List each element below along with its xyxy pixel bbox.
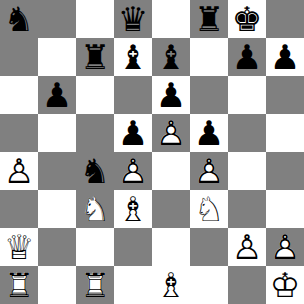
square-c4[interactable]: ♞ — [76, 152, 114, 190]
square-g1[interactable] — [228, 266, 266, 304]
square-d1[interactable] — [114, 266, 152, 304]
square-g4[interactable] — [228, 152, 266, 190]
square-f5[interactable]: ♟ — [190, 114, 228, 152]
white-pawn-piece: ♟♙ — [114, 152, 152, 190]
square-d6[interactable] — [114, 76, 152, 114]
square-f6[interactable] — [190, 76, 228, 114]
square-a3[interactable] — [0, 190, 38, 228]
square-e7[interactable]: ♝ — [152, 38, 190, 76]
white-knight-piece: ♞♘ — [76, 190, 114, 228]
black-pawn-piece: ♟ — [190, 114, 228, 152]
square-h8[interactable] — [266, 0, 304, 38]
white-knight-piece: ♞♘ — [190, 190, 228, 228]
chess-board: ♞♛♜♚♜♝♝♟♟♟♟♟♟♙♟♟♙♞♟♙♟♙♞♘♝♗♞♘♛♕♟♙♟♙♜♖♜♖♝♗… — [0, 0, 304, 304]
square-b3[interactable] — [38, 190, 76, 228]
square-g7[interactable]: ♟ — [228, 38, 266, 76]
square-d2[interactable] — [114, 228, 152, 266]
square-a6[interactable] — [0, 76, 38, 114]
square-c5[interactable] — [76, 114, 114, 152]
square-h7[interactable]: ♟ — [266, 38, 304, 76]
square-f7[interactable] — [190, 38, 228, 76]
square-b2[interactable] — [38, 228, 76, 266]
black-pawn-piece: ♟ — [38, 76, 76, 114]
square-d3[interactable]: ♝♗ — [114, 190, 152, 228]
black-queen-piece: ♛ — [114, 0, 152, 38]
square-f4[interactable]: ♟♙ — [190, 152, 228, 190]
white-rook-piece: ♜♖ — [0, 266, 38, 304]
black-king-piece: ♚ — [228, 0, 266, 38]
square-g6[interactable] — [228, 76, 266, 114]
square-h2[interactable]: ♟♙ — [266, 228, 304, 266]
white-pawn-piece: ♟♙ — [266, 228, 304, 266]
square-c7[interactable]: ♜ — [76, 38, 114, 76]
black-pawn-piece: ♟ — [114, 114, 152, 152]
square-a7[interactable] — [0, 38, 38, 76]
square-a5[interactable] — [0, 114, 38, 152]
square-c3[interactable]: ♞♘ — [76, 190, 114, 228]
square-c6[interactable] — [76, 76, 114, 114]
square-h4[interactable] — [266, 152, 304, 190]
square-h6[interactable] — [266, 76, 304, 114]
square-g5[interactable] — [228, 114, 266, 152]
square-h5[interactable] — [266, 114, 304, 152]
black-knight-piece: ♞ — [0, 0, 38, 38]
square-e8[interactable] — [152, 0, 190, 38]
square-c2[interactable] — [76, 228, 114, 266]
square-a8[interactable]: ♞ — [0, 0, 38, 38]
square-f1[interactable] — [190, 266, 228, 304]
black-bishop-piece: ♝ — [114, 38, 152, 76]
square-a4[interactable]: ♟♙ — [0, 152, 38, 190]
black-knight-piece: ♞ — [76, 152, 114, 190]
square-g3[interactable] — [228, 190, 266, 228]
white-pawn-piece: ♟♙ — [0, 152, 38, 190]
square-h1[interactable]: ♚♔ — [266, 266, 304, 304]
square-e5[interactable]: ♟♙ — [152, 114, 190, 152]
square-e1[interactable]: ♝♗ — [152, 266, 190, 304]
black-rook-piece: ♜ — [76, 38, 114, 76]
square-c1[interactable]: ♜♖ — [76, 266, 114, 304]
square-g8[interactable]: ♚ — [228, 0, 266, 38]
square-d5[interactable]: ♟ — [114, 114, 152, 152]
white-pawn-piece: ♟♙ — [190, 152, 228, 190]
square-f3[interactable]: ♞♘ — [190, 190, 228, 228]
white-queen-piece: ♛♕ — [0, 228, 38, 266]
black-pawn-piece: ♟ — [228, 38, 266, 76]
black-pawn-piece: ♟ — [152, 76, 190, 114]
square-h3[interactable] — [266, 190, 304, 228]
square-f2[interactable] — [190, 228, 228, 266]
square-b8[interactable] — [38, 0, 76, 38]
square-d7[interactable]: ♝ — [114, 38, 152, 76]
square-b1[interactable] — [38, 266, 76, 304]
black-rook-piece: ♜ — [190, 0, 228, 38]
square-e3[interactable] — [152, 190, 190, 228]
square-a2[interactable]: ♛♕ — [0, 228, 38, 266]
white-pawn-piece: ♟♙ — [152, 114, 190, 152]
white-pawn-piece: ♟♙ — [228, 228, 266, 266]
square-c8[interactable] — [76, 0, 114, 38]
white-king-piece: ♚♔ — [266, 266, 304, 304]
white-rook-piece: ♜♖ — [76, 266, 114, 304]
square-e4[interactable] — [152, 152, 190, 190]
square-b5[interactable] — [38, 114, 76, 152]
square-d8[interactable]: ♛ — [114, 0, 152, 38]
square-e2[interactable] — [152, 228, 190, 266]
square-d4[interactable]: ♟♙ — [114, 152, 152, 190]
square-a1[interactable]: ♜♖ — [0, 266, 38, 304]
square-b4[interactable] — [38, 152, 76, 190]
white-bishop-piece: ♝♗ — [152, 266, 190, 304]
square-f8[interactable]: ♜ — [190, 0, 228, 38]
square-b7[interactable] — [38, 38, 76, 76]
black-bishop-piece: ♝ — [152, 38, 190, 76]
black-pawn-piece: ♟ — [266, 38, 304, 76]
white-bishop-piece: ♝♗ — [114, 190, 152, 228]
square-g2[interactable]: ♟♙ — [228, 228, 266, 266]
square-e6[interactable]: ♟ — [152, 76, 190, 114]
square-b6[interactable]: ♟ — [38, 76, 76, 114]
